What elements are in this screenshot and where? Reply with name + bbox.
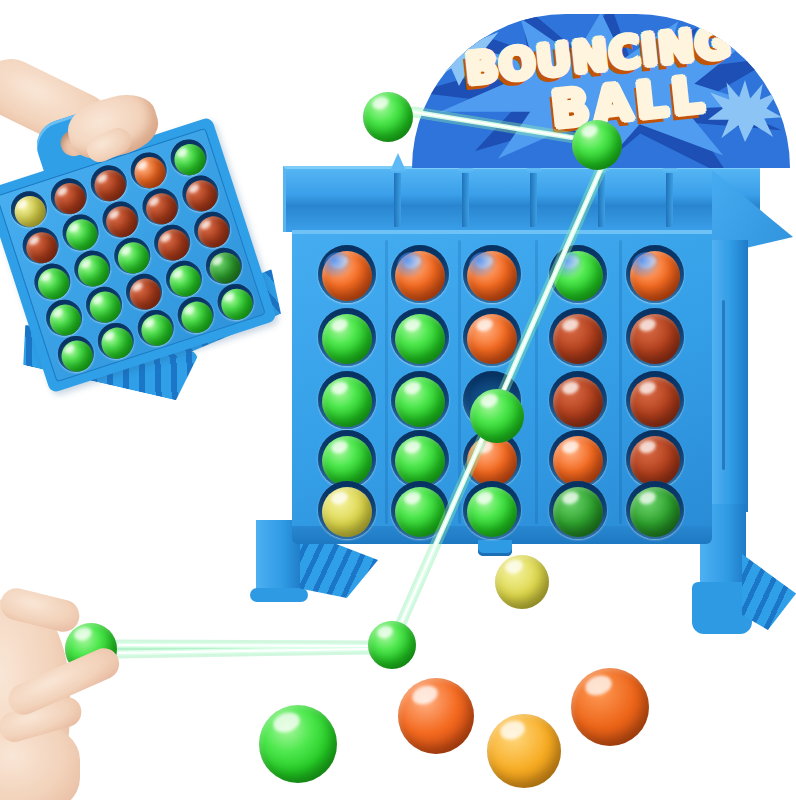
ball-darkred: [102, 202, 141, 241]
grid-face: [292, 230, 712, 526]
cell-r2c1: [18, 223, 63, 268]
ball-green: [137, 310, 176, 349]
cell-r3c5: [626, 371, 684, 429]
cell-r1c3: [463, 245, 521, 303]
cell-r3c3: [110, 233, 155, 278]
ball-green: [113, 238, 152, 277]
cell-r1c4: [126, 148, 171, 193]
ball-green: [45, 300, 84, 339]
ball-green: [395, 377, 445, 427]
tray-fin-shaft: [462, 173, 469, 227]
ball-green: [62, 215, 101, 254]
cell-r2c1: [318, 308, 376, 366]
cell-r5c1: [318, 481, 376, 539]
flying-ball: [470, 389, 524, 443]
ball-orange: [322, 251, 372, 301]
cell-r2c2: [58, 210, 103, 255]
cell-r4c5: [626, 430, 684, 488]
ball-darkred: [630, 314, 680, 364]
tray-fin: [390, 153, 406, 171]
ball-darkred: [125, 274, 164, 313]
cell-r1c1: [318, 245, 376, 303]
cell-r4c1: [318, 430, 376, 488]
ball-green: [322, 436, 372, 486]
scene: BOUNCING BALL: [0, 0, 796, 800]
ball-green: [322, 314, 372, 364]
tray-fin-shaft: [666, 173, 673, 227]
right-support-arm: [712, 240, 748, 512]
ball-green: [395, 487, 445, 537]
cell-r2c3: [463, 308, 521, 366]
cell-r4c1: [41, 295, 86, 340]
ball-darkred: [193, 212, 232, 251]
ball-green: [177, 297, 216, 336]
ball-yellow: [10, 192, 49, 231]
cell-r1c2: [46, 174, 91, 219]
inset-board: [0, 116, 277, 393]
ball-darkred: [553, 377, 603, 427]
path-top-ball: [572, 120, 622, 170]
ball-green: [33, 264, 72, 303]
tray-fin-shaft: [394, 173, 401, 227]
ball-green: [97, 323, 136, 362]
cell-r1c2: [391, 245, 449, 303]
orange-yellow-floor-ball: [487, 714, 561, 788]
column-groove: [619, 240, 622, 524]
bottom-latch: [478, 540, 512, 556]
cell-r3c5: [189, 207, 234, 252]
cell-r5c2: [93, 318, 138, 363]
cell-r2c2: [391, 308, 449, 366]
cell-r1c5: [166, 135, 211, 180]
ball-green: [395, 314, 445, 364]
ball-orange: [553, 436, 603, 486]
cell-r4c4: [549, 430, 607, 488]
inset-grid-face: [0, 128, 266, 382]
ball-orange: [395, 251, 445, 301]
ball-darkred: [142, 189, 181, 228]
cell-r1c3: [86, 161, 131, 206]
cell-r1c1: [6, 187, 51, 232]
yellow-floor-ball: [495, 555, 549, 609]
cell-r5c5: [213, 279, 258, 324]
cell-r2c4: [549, 308, 607, 366]
ball-green: [73, 251, 112, 290]
cell-r5c1: [53, 331, 98, 376]
dark-orange-floor-ball: [571, 668, 649, 746]
ball-darkgreen: [553, 487, 603, 537]
ball-green: [322, 377, 372, 427]
cell-r3c4: [549, 371, 607, 429]
ball-orange: [467, 436, 517, 486]
cell-r5c2: [391, 481, 449, 539]
ball-green: [85, 287, 124, 326]
right-foot-ridged-wedge: [742, 554, 796, 630]
ball-darkred: [153, 225, 192, 264]
inset-photo: [0, 80, 300, 410]
ball-darkred: [630, 436, 680, 486]
ball-orange: [467, 251, 517, 301]
cell-r5c3: [133, 305, 178, 350]
ball-orange: [630, 251, 680, 301]
ball-darkred: [50, 179, 89, 218]
column-groove: [535, 240, 538, 524]
ball-darkred: [22, 228, 61, 267]
cell-r3c4: [150, 220, 195, 265]
ball-orange: [130, 153, 169, 192]
cell-r2c4: [138, 184, 183, 229]
column-groove: [458, 240, 461, 524]
cell-r2c5: [626, 308, 684, 366]
cell-r5c5: [626, 481, 684, 539]
cell-r5c4: [549, 481, 607, 539]
cell-r2c3: [98, 197, 143, 242]
left-foot-base: [250, 588, 308, 602]
cell-r4c2: [81, 282, 126, 327]
ball-darkred: [90, 166, 129, 205]
ball-orange: [467, 314, 517, 364]
green-floor-ball: [259, 705, 337, 783]
ball-green: [217, 284, 256, 323]
cell-r4c5: [201, 243, 246, 288]
path-upper-left-ball: [363, 92, 413, 142]
cell-r3c1: [318, 371, 376, 429]
cell-r3c2: [391, 371, 449, 429]
cell-r3c1: [30, 259, 75, 304]
ball-darkred: [630, 377, 680, 427]
cell-r1c5: [626, 245, 684, 303]
cell-r4c2: [391, 430, 449, 488]
column-groove: [385, 240, 388, 524]
ball-darkred: [181, 176, 220, 215]
cell-r2c5: [178, 171, 223, 216]
ball-yellow: [322, 487, 372, 537]
cell-r4c4: [161, 256, 206, 301]
orange-red-floor-ball: [398, 678, 474, 754]
cell-r4c3: [121, 269, 166, 314]
tray-fin-shaft: [530, 173, 537, 227]
ball-green: [553, 251, 603, 301]
cell-r1c4: [549, 245, 607, 303]
ball-green: [467, 487, 517, 537]
cell-r3c2: [70, 246, 115, 291]
ball-green: [165, 261, 204, 300]
path-mid-ball: [368, 621, 416, 669]
tray-fin-shaft: [598, 173, 605, 227]
ball-green: [395, 436, 445, 486]
ball-darkgreen: [630, 487, 680, 537]
ball-green: [170, 140, 209, 179]
cell-r5c4: [173, 292, 218, 337]
ball-darkgreen: [205, 248, 244, 287]
ball-darkred: [553, 314, 603, 364]
ball-green: [57, 336, 96, 375]
ball-tray: [283, 166, 760, 232]
cell-r5c3: [463, 481, 521, 539]
